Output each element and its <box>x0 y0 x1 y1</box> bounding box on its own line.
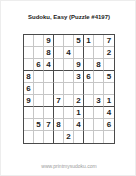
cell-r9c5-given: 2 <box>64 131 74 143</box>
cell-r5c8-empty[interactable] <box>94 83 104 95</box>
cell-r7c2-empty[interactable] <box>34 107 44 119</box>
cell-r2c5-given: 4 <box>64 47 74 59</box>
cell-r9c7-empty[interactable] <box>84 131 94 143</box>
cell-r7c4-empty[interactable] <box>54 107 64 119</box>
cell-r6c1-given: 9 <box>24 95 34 107</box>
cell-r3c8-given: 8 <box>94 59 104 71</box>
cell-r5c6-empty[interactable] <box>74 83 84 95</box>
cell-r6c7-empty[interactable] <box>84 95 94 107</box>
cell-r7c7-empty[interactable] <box>84 107 94 119</box>
cell-r5c9-empty[interactable] <box>104 83 114 95</box>
cell-r3c3-given: 4 <box>44 59 54 71</box>
cell-r5c3-empty[interactable] <box>44 83 54 95</box>
cell-r9c1-empty[interactable] <box>24 131 34 143</box>
cell-r5c4-empty[interactable] <box>54 83 64 95</box>
cell-r9c8-empty[interactable] <box>94 131 104 143</box>
cell-r7c3-empty[interactable] <box>44 107 54 119</box>
cell-r3c9-empty[interactable] <box>104 59 114 71</box>
cell-r1c4-empty[interactable] <box>54 35 64 47</box>
cell-r1c2-empty[interactable] <box>34 35 44 47</box>
cell-r3c7-empty[interactable] <box>84 59 94 71</box>
cell-r4c9-given: 5 <box>104 71 114 83</box>
cell-r4c2-empty[interactable] <box>34 71 44 83</box>
cell-r8c9-given: 6 <box>104 119 114 131</box>
cell-r6c8-given: 3 <box>94 95 104 107</box>
cell-r7c9-given: 4 <box>104 107 114 119</box>
cell-r3c6-given: 9 <box>74 59 84 71</box>
cell-r1c9-given: 7 <box>104 35 114 47</box>
cell-r3c4-empty[interactable] <box>54 59 64 71</box>
cell-r7c6-given: 1 <box>74 107 84 119</box>
cell-r6c4-given: 7 <box>54 95 64 107</box>
cell-r4c8-empty[interactable] <box>94 71 104 83</box>
cell-r9c3-empty[interactable] <box>44 131 54 143</box>
cell-r5c1-given: 6 <box>24 83 34 95</box>
cell-r5c7-empty[interactable] <box>84 83 94 95</box>
cell-r9c2-empty[interactable] <box>34 131 44 143</box>
cell-r1c5-empty[interactable] <box>64 35 74 47</box>
printable-sudoku-page: Sudoku, Easy (Puzzle #4197) 951784264988… <box>0 0 136 176</box>
cell-r6c9-given: 1 <box>104 95 114 107</box>
cell-r1c7-given: 1 <box>84 35 94 47</box>
cell-r8c1-empty[interactable] <box>24 119 34 131</box>
cell-r7c1-empty[interactable] <box>24 107 34 119</box>
cell-r1c1-empty[interactable] <box>24 35 34 47</box>
cell-r2c1-empty[interactable] <box>24 47 34 59</box>
cell-r6c6-given: 2 <box>74 95 84 107</box>
cell-r8c7-empty[interactable] <box>84 119 94 131</box>
cell-r4c5-empty[interactable] <box>64 71 74 83</box>
cell-r5c5-empty[interactable] <box>64 83 74 95</box>
cell-r2c3-given: 8 <box>44 47 54 59</box>
cell-r1c6-given: 5 <box>74 35 84 47</box>
cell-r7c5-empty[interactable] <box>64 107 74 119</box>
cell-r8c3-given: 7 <box>44 119 54 131</box>
cell-r4c7-given: 6 <box>84 71 94 83</box>
cell-r6c2-empty[interactable] <box>34 95 44 107</box>
footer-url: www.printmysudoku.com <box>1 163 136 169</box>
sudoku-board: 95178426498836569723114578462 <box>23 34 115 144</box>
cell-r2c2-empty[interactable] <box>34 47 44 59</box>
cell-r1c8-empty[interactable] <box>94 35 104 47</box>
cell-r6c3-empty[interactable] <box>44 95 54 107</box>
cell-r2c9-given: 2 <box>104 47 114 59</box>
cell-r9c9-empty[interactable] <box>104 131 114 143</box>
cell-r2c7-empty[interactable] <box>84 47 94 59</box>
cell-r3c2-given: 6 <box>34 59 44 71</box>
cell-r2c4-empty[interactable] <box>54 47 64 59</box>
cell-r8c8-empty[interactable] <box>94 119 104 131</box>
cell-r1c3-given: 9 <box>44 35 54 47</box>
cell-r6c5-empty[interactable] <box>64 95 74 107</box>
cell-r2c6-empty[interactable] <box>74 47 84 59</box>
cell-r4c4-empty[interactable] <box>54 71 64 83</box>
cell-r5c2-empty[interactable] <box>34 83 44 95</box>
cell-r7c8-empty[interactable] <box>94 107 104 119</box>
cell-r4c1-given: 8 <box>24 71 34 83</box>
cell-r3c5-empty[interactable] <box>64 59 74 71</box>
puzzle-title: Sudoku, Easy (Puzzle #4197) <box>1 14 136 20</box>
cell-r4c6-given: 3 <box>74 71 84 83</box>
cell-r9c6-empty[interactable] <box>74 131 84 143</box>
cell-r3c1-empty[interactable] <box>24 59 34 71</box>
cell-r8c2-given: 5 <box>34 119 44 131</box>
cell-r4c3-empty[interactable] <box>44 71 54 83</box>
cell-r8c5-empty[interactable] <box>64 119 74 131</box>
cell-r8c6-given: 4 <box>74 119 84 131</box>
cell-r8c4-given: 8 <box>54 119 64 131</box>
cell-r2c8-empty[interactable] <box>94 47 104 59</box>
cell-r9c4-empty[interactable] <box>54 131 64 143</box>
